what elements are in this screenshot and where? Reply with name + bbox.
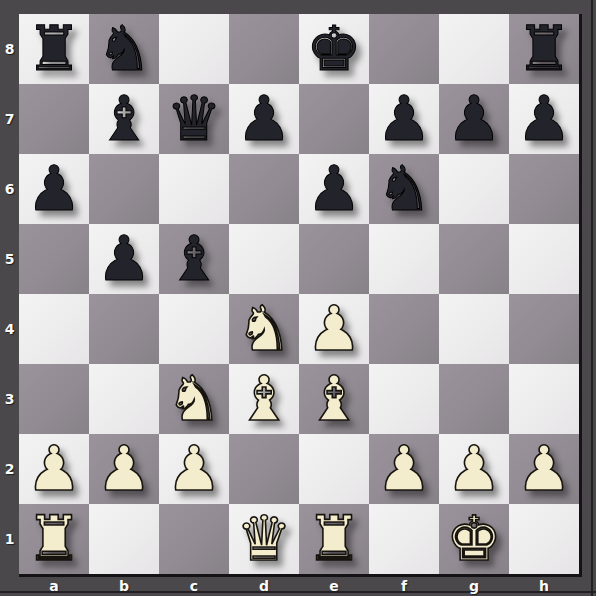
square-d7[interactable]: ♟ <box>229 84 299 154</box>
chess-board: ♜♞♚♜♝♛♟♟♟♟♟♟♞♟♝♞♟♞♝♝♟♟♟♟♟♟♜♛♜♚ <box>19 14 582 577</box>
square-g8[interactable] <box>439 14 509 84</box>
piece-black-bishop[interactable]: ♝ <box>89 84 159 154</box>
square-e6[interactable]: ♟ <box>299 154 369 224</box>
piece-black-queen[interactable]: ♛ <box>159 84 229 154</box>
piece-black-bishop[interactable]: ♝ <box>159 224 229 294</box>
square-g1[interactable]: ♚ <box>439 504 509 574</box>
piece-white-pawn[interactable]: ♟ <box>19 434 89 504</box>
square-b3[interactable] <box>89 364 159 434</box>
square-d2[interactable] <box>229 434 299 504</box>
square-e1[interactable]: ♜ <box>299 504 369 574</box>
square-a2[interactable]: ♟ <box>19 434 89 504</box>
square-g4[interactable] <box>439 294 509 364</box>
piece-white-pawn[interactable]: ♟ <box>299 294 369 364</box>
piece-white-pawn[interactable]: ♟ <box>439 434 509 504</box>
piece-white-bishop[interactable]: ♝ <box>299 364 369 434</box>
square-g7[interactable]: ♟ <box>439 84 509 154</box>
piece-black-pawn[interactable]: ♟ <box>299 154 369 224</box>
square-c7[interactable]: ♛ <box>159 84 229 154</box>
piece-black-king[interactable]: ♚ <box>299 14 369 84</box>
square-d3[interactable]: ♝ <box>229 364 299 434</box>
square-d8[interactable] <box>229 14 299 84</box>
file-label-c: c <box>159 577 229 594</box>
square-b7[interactable]: ♝ <box>89 84 159 154</box>
square-d4[interactable]: ♞ <box>229 294 299 364</box>
square-a5[interactable] <box>19 224 89 294</box>
square-c4[interactable] <box>159 294 229 364</box>
rank-label-7: 7 <box>0 84 19 154</box>
piece-white-king[interactable]: ♚ <box>439 504 509 574</box>
piece-black-pawn[interactable]: ♟ <box>229 84 299 154</box>
square-c2[interactable]: ♟ <box>159 434 229 504</box>
square-b1[interactable] <box>89 504 159 574</box>
file-label-d: d <box>229 577 299 594</box>
piece-black-pawn[interactable]: ♟ <box>509 84 579 154</box>
square-e5[interactable] <box>299 224 369 294</box>
square-b6[interactable] <box>89 154 159 224</box>
file-label-g: g <box>439 577 509 594</box>
square-c5[interactable]: ♝ <box>159 224 229 294</box>
square-f8[interactable] <box>369 14 439 84</box>
piece-black-pawn[interactable]: ♟ <box>19 154 89 224</box>
square-g5[interactable] <box>439 224 509 294</box>
piece-white-knight[interactable]: ♞ <box>229 294 299 364</box>
square-f1[interactable] <box>369 504 439 574</box>
rank-label-5: 5 <box>0 224 19 294</box>
square-e3[interactable]: ♝ <box>299 364 369 434</box>
square-h7[interactable]: ♟ <box>509 84 579 154</box>
piece-black-pawn[interactable]: ♟ <box>89 224 159 294</box>
square-e4[interactable]: ♟ <box>299 294 369 364</box>
square-a7[interactable] <box>19 84 89 154</box>
square-e8[interactable]: ♚ <box>299 14 369 84</box>
piece-black-knight[interactable]: ♞ <box>369 154 439 224</box>
square-f6[interactable]: ♞ <box>369 154 439 224</box>
square-a1[interactable]: ♜ <box>19 504 89 574</box>
file-label-a: a <box>19 577 89 594</box>
square-h4[interactable] <box>509 294 579 364</box>
square-a8[interactable]: ♜ <box>19 14 89 84</box>
square-a6[interactable]: ♟ <box>19 154 89 224</box>
piece-white-pawn[interactable]: ♟ <box>159 434 229 504</box>
square-h6[interactable] <box>509 154 579 224</box>
square-h1[interactable] <box>509 504 579 574</box>
square-a3[interactable] <box>19 364 89 434</box>
piece-white-pawn[interactable]: ♟ <box>369 434 439 504</box>
piece-black-pawn[interactable]: ♟ <box>369 84 439 154</box>
square-d5[interactable] <box>229 224 299 294</box>
square-b4[interactable] <box>89 294 159 364</box>
file-label-h: h <box>509 577 579 594</box>
rank-label-1: 1 <box>0 504 19 574</box>
square-f5[interactable] <box>369 224 439 294</box>
square-f4[interactable] <box>369 294 439 364</box>
square-h3[interactable] <box>509 364 579 434</box>
square-e2[interactable] <box>299 434 369 504</box>
rank-label-3: 3 <box>0 364 19 434</box>
piece-black-knight[interactable]: ♞ <box>89 14 159 84</box>
piece-black-rook[interactable]: ♜ <box>19 14 89 84</box>
square-g3[interactable] <box>439 364 509 434</box>
piece-black-rook[interactable]: ♜ <box>509 14 579 84</box>
piece-black-pawn[interactable]: ♟ <box>439 84 509 154</box>
square-g6[interactable] <box>439 154 509 224</box>
file-label-e: e <box>299 577 369 594</box>
rank-label-8: 8 <box>0 14 19 84</box>
chess-diagram: ♜♞♚♜♝♛♟♟♟♟♟♟♞♟♝♞♟♞♝♝♟♟♟♟♟♟♜♛♜♚ 87654321 … <box>0 0 596 596</box>
piece-white-rook[interactable]: ♜ <box>19 504 89 574</box>
rank-label-6: 6 <box>0 154 19 224</box>
square-d1[interactable]: ♛ <box>229 504 299 574</box>
square-c3[interactable]: ♞ <box>159 364 229 434</box>
square-b5[interactable]: ♟ <box>89 224 159 294</box>
file-label-f: f <box>369 577 439 594</box>
square-b8[interactable]: ♞ <box>89 14 159 84</box>
square-h5[interactable] <box>509 224 579 294</box>
square-b2[interactable]: ♟ <box>89 434 159 504</box>
file-label-b: b <box>89 577 159 594</box>
square-c6[interactable] <box>159 154 229 224</box>
frame-shadow-right <box>591 0 593 596</box>
square-c8[interactable] <box>159 14 229 84</box>
square-d6[interactable] <box>229 154 299 224</box>
square-e7[interactable] <box>299 84 369 154</box>
piece-white-rook[interactable]: ♜ <box>299 504 369 574</box>
square-f3[interactable] <box>369 364 439 434</box>
square-h2[interactable]: ♟ <box>509 434 579 504</box>
square-f7[interactable]: ♟ <box>369 84 439 154</box>
piece-white-bishop[interactable]: ♝ <box>229 364 299 434</box>
square-c1[interactable] <box>159 504 229 574</box>
piece-white-queen[interactable]: ♛ <box>229 504 299 574</box>
rank-label-2: 2 <box>0 434 19 504</box>
piece-white-pawn[interactable]: ♟ <box>509 434 579 504</box>
square-g2[interactable]: ♟ <box>439 434 509 504</box>
piece-white-knight[interactable]: ♞ <box>159 364 229 434</box>
square-f2[interactable]: ♟ <box>369 434 439 504</box>
rank-label-4: 4 <box>0 294 19 364</box>
piece-white-pawn[interactable]: ♟ <box>89 434 159 504</box>
square-h8[interactable]: ♜ <box>509 14 579 84</box>
square-a4[interactable] <box>19 294 89 364</box>
